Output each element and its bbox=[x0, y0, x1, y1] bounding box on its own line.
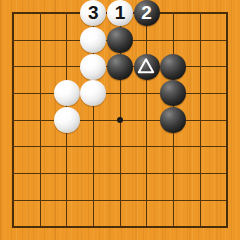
intersection-2-1[interactable] bbox=[27, 0, 54, 27]
intersection-4-4[interactable] bbox=[80, 80, 107, 107]
white-stone bbox=[54, 80, 80, 106]
intersection-2-5[interactable] bbox=[27, 107, 54, 134]
intersection-4-5[interactable] bbox=[80, 107, 107, 134]
intersection-6-6[interactable] bbox=[133, 133, 160, 160]
intersection-3-8[interactable] bbox=[53, 187, 80, 214]
intersection-9-4[interactable] bbox=[213, 80, 240, 107]
intersection-8-9[interactable] bbox=[187, 213, 214, 240]
white-stone: 1 bbox=[107, 0, 133, 26]
intersection-5-2[interactable] bbox=[107, 27, 134, 54]
intersection-3-7[interactable] bbox=[53, 160, 80, 187]
intersection-6-3[interactable] bbox=[133, 53, 160, 80]
intersection-5-7[interactable] bbox=[107, 160, 134, 187]
move-number-label: 2 bbox=[141, 0, 152, 26]
intersection-4-8[interactable] bbox=[80, 187, 107, 214]
go-board-screen: 312 bbox=[0, 0, 240, 240]
black-stone bbox=[107, 54, 133, 80]
intersection-7-6[interactable] bbox=[160, 133, 187, 160]
intersection-9-1[interactable] bbox=[213, 0, 240, 27]
intersection-9-6[interactable] bbox=[213, 133, 240, 160]
intersection-6-7[interactable] bbox=[133, 160, 160, 187]
intersection-4-3[interactable] bbox=[80, 53, 107, 80]
intersection-9-3[interactable] bbox=[213, 53, 240, 80]
intersection-8-6[interactable] bbox=[187, 133, 214, 160]
intersection-1-3[interactable] bbox=[0, 53, 27, 80]
intersection-7-4[interactable] bbox=[160, 80, 187, 107]
move-number-label: 3 bbox=[88, 0, 99, 26]
intersection-7-2[interactable] bbox=[160, 27, 187, 54]
intersection-9-8[interactable] bbox=[213, 187, 240, 214]
white-stone bbox=[80, 27, 106, 53]
intersection-5-5[interactable] bbox=[107, 107, 134, 134]
intersection-1-9[interactable] bbox=[0, 213, 27, 240]
intersection-8-4[interactable] bbox=[187, 80, 214, 107]
intersection-5-4[interactable] bbox=[107, 80, 134, 107]
black-stone bbox=[160, 54, 186, 80]
intersection-2-2[interactable] bbox=[27, 27, 54, 54]
intersection-1-1[interactable] bbox=[0, 0, 27, 27]
intersection-3-9[interactable] bbox=[53, 213, 80, 240]
intersection-2-3[interactable] bbox=[27, 53, 54, 80]
intersection-8-7[interactable] bbox=[187, 160, 214, 187]
intersection-7-5[interactable] bbox=[160, 107, 187, 134]
intersection-3-3[interactable] bbox=[53, 53, 80, 80]
intersection-2-6[interactable] bbox=[27, 133, 54, 160]
intersection-8-8[interactable] bbox=[187, 187, 214, 214]
intersection-6-1[interactable]: 2 bbox=[133, 0, 160, 27]
intersection-8-1[interactable] bbox=[187, 0, 214, 27]
intersection-7-8[interactable] bbox=[160, 187, 187, 214]
intersection-2-9[interactable] bbox=[27, 213, 54, 240]
intersection-9-5[interactable] bbox=[213, 107, 240, 134]
black-stone bbox=[107, 27, 133, 53]
intersection-7-3[interactable] bbox=[160, 53, 187, 80]
black-stone bbox=[134, 54, 160, 80]
white-stone bbox=[80, 80, 106, 106]
intersection-5-9[interactable] bbox=[107, 213, 134, 240]
intersection-5-6[interactable] bbox=[107, 133, 134, 160]
black-stone: 2 bbox=[134, 0, 160, 26]
intersection-6-9[interactable] bbox=[133, 213, 160, 240]
intersection-5-3[interactable] bbox=[107, 53, 134, 80]
intersection-3-2[interactable] bbox=[53, 27, 80, 54]
white-stone bbox=[54, 107, 80, 133]
intersection-6-5[interactable] bbox=[133, 107, 160, 134]
intersection-4-6[interactable] bbox=[80, 133, 107, 160]
intersection-1-6[interactable] bbox=[0, 133, 27, 160]
intersection-4-2[interactable] bbox=[80, 27, 107, 54]
go-board: 312 bbox=[0, 0, 240, 240]
intersection-4-1[interactable]: 3 bbox=[80, 0, 107, 27]
move-number-label: 1 bbox=[115, 0, 126, 26]
intersection-4-7[interactable] bbox=[80, 160, 107, 187]
intersection-1-2[interactable] bbox=[0, 27, 27, 54]
intersection-3-1[interactable] bbox=[53, 0, 80, 27]
intersection-5-1[interactable]: 1 bbox=[107, 0, 134, 27]
intersection-1-4[interactable] bbox=[0, 80, 27, 107]
board-intersections-grid: 312 bbox=[0, 0, 240, 240]
intersection-2-7[interactable] bbox=[27, 160, 54, 187]
intersection-1-5[interactable] bbox=[0, 107, 27, 134]
intersection-6-8[interactable] bbox=[133, 187, 160, 214]
intersection-9-9[interactable] bbox=[213, 213, 240, 240]
triangle-mark-icon bbox=[133, 53, 159, 79]
intersection-2-4[interactable] bbox=[27, 80, 54, 107]
intersection-6-2[interactable] bbox=[133, 27, 160, 54]
intersection-2-8[interactable] bbox=[27, 187, 54, 214]
white-stone bbox=[80, 54, 106, 80]
white-stone: 3 bbox=[80, 0, 106, 26]
intersection-6-4[interactable] bbox=[133, 80, 160, 107]
intersection-9-7[interactable] bbox=[213, 160, 240, 187]
intersection-7-7[interactable] bbox=[160, 160, 187, 187]
intersection-4-9[interactable] bbox=[80, 213, 107, 240]
intersection-7-1[interactable] bbox=[160, 0, 187, 27]
intersection-3-6[interactable] bbox=[53, 133, 80, 160]
intersection-8-3[interactable] bbox=[187, 53, 214, 80]
intersection-1-8[interactable] bbox=[0, 187, 27, 214]
black-stone bbox=[160, 107, 186, 133]
intersection-7-9[interactable] bbox=[160, 213, 187, 240]
intersection-8-5[interactable] bbox=[187, 107, 214, 134]
intersection-5-8[interactable] bbox=[107, 187, 134, 214]
black-stone bbox=[160, 80, 186, 106]
intersection-3-5[interactable] bbox=[53, 107, 80, 134]
intersection-9-2[interactable] bbox=[213, 27, 240, 54]
intersection-8-2[interactable] bbox=[187, 27, 214, 54]
intersection-3-4[interactable] bbox=[53, 80, 80, 107]
intersection-1-7[interactable] bbox=[0, 160, 27, 187]
